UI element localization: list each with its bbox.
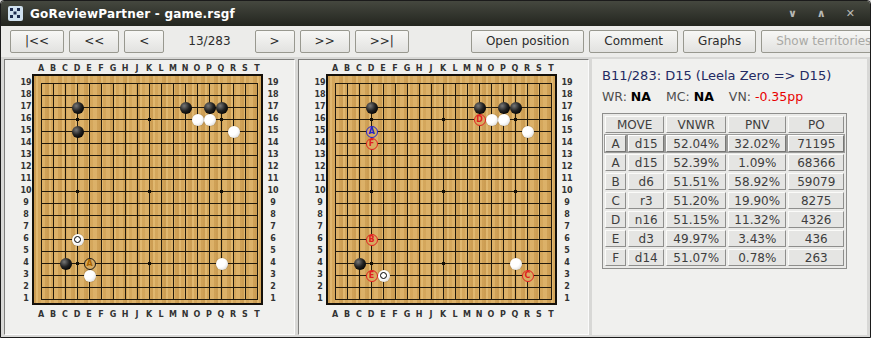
hoshi-point-D16 xyxy=(76,118,79,121)
coordinate-number: 19 xyxy=(561,77,573,89)
analysis-stats: WR: NA MC: NA VN: -0.35pp xyxy=(602,89,863,104)
coordinate-letter: L xyxy=(449,310,461,320)
variation-row-E-d3[interactable]: Ed349.97%3.43%436 xyxy=(605,230,844,247)
board-coordinates-right: 19181716151413121110987654321 xyxy=(267,77,279,305)
variation-cell[interactable]: 68366 xyxy=(788,154,844,171)
variation-cell[interactable]: 51.15% xyxy=(666,211,726,228)
coordinate-number: 5 xyxy=(267,245,279,257)
main-content: ABCDEFGHJKLMNOPQRST 19181716151413121110… xyxy=(1,57,870,337)
stone-black-C4 xyxy=(60,258,72,270)
coordinate-number: 6 xyxy=(20,233,32,245)
coordinate-letter: O xyxy=(485,310,497,320)
variation-cell[interactable]: C xyxy=(605,192,626,209)
coordinate-number: 10 xyxy=(267,185,279,197)
coordinate-number: 17 xyxy=(561,101,573,113)
coordinate-number: 1 xyxy=(314,293,326,305)
window-title: GoReviewPartner - game.rsgf xyxy=(30,7,235,21)
coordinate-number: 12 xyxy=(20,161,32,173)
stone-black-P17 xyxy=(498,102,510,114)
hoshi-point-D16 xyxy=(370,118,373,121)
vn-value: -0.35pp xyxy=(755,89,803,104)
variations-header-row: MOVE VNWR PNV PO xyxy=(605,116,844,133)
navigation-toolbar: |<< << < 13/283 > >> >>| Open position C… xyxy=(1,26,870,57)
minimize-button[interactable]: ∨ xyxy=(788,7,797,20)
coordinate-number: 10 xyxy=(314,185,326,197)
stone-black-Q17 xyxy=(510,102,522,114)
coordinate-number: 3 xyxy=(561,269,573,281)
stone-white-O16 xyxy=(486,114,498,126)
variation-cell[interactable]: 11.32% xyxy=(728,211,786,228)
variation-label-D-N16[interactable]: D xyxy=(474,114,486,126)
variation-cell[interactable]: 1.09% xyxy=(728,154,786,171)
coordinate-letter: H xyxy=(413,64,425,74)
variation-label-B-D6[interactable]: B xyxy=(366,234,378,246)
column-header-move: MOVE xyxy=(605,116,664,133)
variation-cell[interactable]: D xyxy=(605,211,626,228)
variation-cell[interactable]: 0.78% xyxy=(728,249,786,266)
coordinate-number: 1 xyxy=(20,293,32,305)
coordinate-number: 12 xyxy=(267,161,279,173)
coordinate-number: 11 xyxy=(561,173,573,185)
variation-cell[interactable]: 8275 xyxy=(788,192,844,209)
coordinate-number: 8 xyxy=(561,209,573,221)
last-move-marker xyxy=(74,236,81,243)
variation-cell[interactable]: 51.20% xyxy=(666,192,726,209)
coordinate-letter: N xyxy=(179,310,191,320)
coordinate-number: 17 xyxy=(20,101,32,113)
coordinate-letter: O xyxy=(191,310,203,320)
coordinate-letter: T xyxy=(545,64,557,74)
coordinate-number: 15 xyxy=(267,125,279,137)
coordinate-letter: H xyxy=(413,310,425,320)
stone-black-N17 xyxy=(180,102,192,114)
show-territories-button: Show territories xyxy=(761,30,871,53)
variation-label-A-E4[interactable]: A xyxy=(84,258,96,270)
variation-cell[interactable]: E xyxy=(605,230,626,247)
coordinate-letter: N xyxy=(179,64,191,74)
coordinate-letter: C xyxy=(59,64,71,74)
variation-row-A-d15[interactable]: Ad1552.39%1.09%68366 xyxy=(605,154,844,171)
forward-1-button[interactable]: > xyxy=(255,30,295,53)
board-coordinates-right: 19181716151413121110987654321 xyxy=(561,77,573,305)
coordinate-number: 4 xyxy=(267,257,279,269)
hoshi-point-D4 xyxy=(76,262,79,265)
variation-cell[interactable]: A xyxy=(605,135,626,152)
variation-cell[interactable]: B xyxy=(605,173,626,190)
coordinate-number: 2 xyxy=(314,281,326,293)
variation-cell[interactable]: 59079 xyxy=(788,173,844,190)
board-coordinates-left: 19181716151413121110987654321 xyxy=(20,77,32,305)
graphs-button[interactable]: Graphs xyxy=(683,30,756,53)
coordinate-letter: E xyxy=(83,64,95,74)
coordinate-letter: G xyxy=(107,64,119,74)
coordinate-letter: N xyxy=(473,310,485,320)
coordinate-number: 8 xyxy=(267,209,279,221)
coordinate-letter: L xyxy=(155,64,167,74)
variation-cell[interactable]: A xyxy=(605,154,626,171)
board-wood: A xyxy=(32,74,263,305)
hoshi-point-K10 xyxy=(148,190,151,193)
variation-cell[interactable]: 4326 xyxy=(788,211,844,228)
variation-label-A-D15[interactable]: A xyxy=(366,126,378,138)
coordinate-letter: O xyxy=(191,64,203,74)
hoshi-point-Q10 xyxy=(220,190,223,193)
coordinate-letter: C xyxy=(59,310,71,320)
coordinate-letter: D xyxy=(365,64,377,74)
stone-white-R15 xyxy=(522,126,534,138)
coordinate-letter: Q xyxy=(509,64,521,74)
coordinate-letter: R xyxy=(227,310,239,320)
coordinate-number: 10 xyxy=(20,185,32,197)
coordinate-letter: S xyxy=(533,310,545,320)
board-coordinates-top: ABCDEFGHJKLMNOPQRST xyxy=(35,64,263,74)
coordinate-letter: A xyxy=(329,310,341,320)
stone-black-P17 xyxy=(204,102,216,114)
coordinate-letter: N xyxy=(473,64,485,74)
coordinate-letter: C xyxy=(353,310,365,320)
variation-cell[interactable]: 3.43% xyxy=(728,230,786,247)
coordinate-letter: R xyxy=(227,64,239,74)
coordinate-letter: P xyxy=(203,64,215,74)
coordinate-number: 3 xyxy=(314,269,326,281)
coordinate-number: 4 xyxy=(561,257,573,269)
variation-cell[interactable]: 51.51% xyxy=(666,173,726,190)
coordinate-letter: D xyxy=(365,310,377,320)
coordinate-letter: T xyxy=(251,64,263,74)
coordinate-number: 13 xyxy=(314,149,326,161)
coordinate-number: 19 xyxy=(20,77,32,89)
coordinate-letter: J xyxy=(425,310,437,320)
variation-cell[interactable]: 19.90% xyxy=(728,192,786,209)
variation-label-C-R3[interactable]: C xyxy=(522,270,534,282)
coordinate-number: 18 xyxy=(561,89,573,101)
coordinate-letter: F xyxy=(389,310,401,320)
coordinate-letter: S xyxy=(533,64,545,74)
vn-label: VN: xyxy=(729,89,751,104)
goreviewpartner-window: { "game": "go", "window": { "title": "Go… xyxy=(0,0,871,338)
variation-cell[interactable]: d15 xyxy=(628,135,664,152)
variations-table-body: Ad1552.04%32.02%71195Ad1552.39%1.09%6836… xyxy=(605,135,844,266)
coordinate-number: 16 xyxy=(267,113,279,125)
coordinate-letter: B xyxy=(47,64,59,74)
coordinate-letter: A xyxy=(35,64,47,74)
coordinate-number: 18 xyxy=(20,89,32,101)
coordinate-number: 11 xyxy=(314,173,326,185)
variation-row-F-d14[interactable]: Fd1451.07%0.78%263 xyxy=(605,249,844,266)
variation-cell[interactable]: 51.07% xyxy=(666,249,726,266)
goto-start-button[interactable]: |<< xyxy=(10,30,64,53)
variation-cell[interactable]: 71195 xyxy=(788,135,844,152)
coordinate-number: 6 xyxy=(314,233,326,245)
analysis-board[interactable]: ABCDEFGHJKLMNOPQRST 19181716151413121110… xyxy=(314,64,573,320)
hoshi-point-K4 xyxy=(148,262,151,265)
board-coordinates-top: ABCDEFGHJKLMNOPQRST xyxy=(329,64,557,74)
maximize-button[interactable]: ∧ xyxy=(817,7,826,20)
coordinate-number: 7 xyxy=(20,221,32,233)
coordinate-letter: S xyxy=(239,310,251,320)
forward-10-button[interactable]: >> xyxy=(300,30,350,53)
stone-white-R15 xyxy=(228,126,240,138)
coordinate-letter: C xyxy=(353,64,365,74)
analysis-board-panel: ABCDEFGHJKLMNOPQRST 19181716151413121110… xyxy=(298,59,589,335)
coordinate-letter: Q xyxy=(509,310,521,320)
variation-cell[interactable]: d14 xyxy=(628,249,664,266)
window-controls: ∨ ∧ ✕ xyxy=(788,7,863,20)
coordinate-number: 5 xyxy=(561,245,573,257)
coordinate-letter: A xyxy=(35,310,47,320)
coordinate-letter: E xyxy=(377,310,389,320)
variation-cell[interactable]: r3 xyxy=(628,192,664,209)
stone-white-E3 xyxy=(84,270,96,282)
variation-label-F-D14[interactable]: F xyxy=(366,138,378,150)
variation-cell[interactable]: 263 xyxy=(788,249,844,266)
coordinate-number: 13 xyxy=(561,149,573,161)
column-header-vnwr: VNWR xyxy=(666,116,726,133)
variation-row-A-d15[interactable]: Ad1552.04%32.02%71195 xyxy=(605,135,844,152)
coordinate-number: 16 xyxy=(314,113,326,125)
coordinate-letter: M xyxy=(461,310,473,320)
coordinate-number: 9 xyxy=(561,197,573,209)
analysis-panel: B11/283: D15 (Leela Zero => D15) WR: NA … xyxy=(592,59,867,335)
coordinate-number: 15 xyxy=(314,125,326,137)
coordinate-number: 6 xyxy=(267,233,279,245)
column-header-pnv: PNV xyxy=(728,116,786,133)
stone-black-Q17 xyxy=(216,102,228,114)
coordinate-number: 4 xyxy=(20,257,32,269)
coordinate-letter: L xyxy=(155,310,167,320)
stone-black-C4 xyxy=(354,258,366,270)
back-1-button[interactable]: < xyxy=(124,30,164,53)
coordinate-letter: K xyxy=(437,64,449,74)
coordinate-number: 7 xyxy=(267,221,279,233)
coordinate-letter: Q xyxy=(215,310,227,320)
board-coordinates-left: 19181716151413121110987654321 xyxy=(314,77,326,305)
coordinate-number: 6 xyxy=(561,233,573,245)
board-coordinates-bottom: ABCDEFGHJKLMNOPQRST xyxy=(35,310,263,320)
stone-white-P16 xyxy=(498,114,510,126)
coordinate-letter: K xyxy=(143,64,155,74)
coordinate-number: 14 xyxy=(20,137,32,149)
hoshi-point-D10 xyxy=(370,190,373,193)
stone-white-P16 xyxy=(204,114,216,126)
variation-cell[interactable]: 436 xyxy=(788,230,844,247)
coordinate-letter: E xyxy=(83,310,95,320)
variation-cell[interactable]: 49.97% xyxy=(666,230,726,247)
hoshi-point-K4 xyxy=(442,262,445,265)
coordinate-number: 19 xyxy=(267,77,279,89)
open-position-button[interactable]: Open position xyxy=(471,30,584,53)
coordinate-number: 18 xyxy=(267,89,279,101)
coordinate-number: 14 xyxy=(314,137,326,149)
coordinate-number: 11 xyxy=(267,173,279,185)
coordinate-letter: Q xyxy=(215,64,227,74)
coordinate-number: 17 xyxy=(314,101,326,113)
stone-black-D17 xyxy=(72,102,84,114)
coordinate-letter: R xyxy=(521,64,533,74)
coordinate-letter: E xyxy=(377,64,389,74)
variation-cell[interactable]: d3 xyxy=(628,230,664,247)
game-board[interactable]: ABCDEFGHJKLMNOPQRST 19181716151413121110… xyxy=(20,64,279,320)
coordinate-letter: R xyxy=(521,310,533,320)
coordinate-letter: T xyxy=(545,310,557,320)
coordinate-number: 7 xyxy=(561,221,573,233)
hoshi-point-D10 xyxy=(76,190,79,193)
stone-white-D6 xyxy=(72,234,84,246)
wr-value: NA xyxy=(631,89,651,104)
coordinate-letter: T xyxy=(251,310,263,320)
coordinate-number: 16 xyxy=(561,113,573,125)
analysis-heading: B11/283: D15 (Leela Zero => D15) xyxy=(602,68,863,83)
variation-cell[interactable]: 58.92% xyxy=(728,173,786,190)
mc-value: NA xyxy=(694,89,714,104)
coordinate-number: 5 xyxy=(314,245,326,257)
stone-white-O16 xyxy=(192,114,204,126)
variation-cell[interactable]: n16 xyxy=(628,211,664,228)
coordinate-number: 9 xyxy=(314,197,326,209)
coordinate-letter: A xyxy=(329,64,341,74)
coordinate-number: 2 xyxy=(20,281,32,293)
variation-cell[interactable]: 32.02% xyxy=(728,135,786,152)
coordinate-letter: B xyxy=(341,310,353,320)
coordinate-letter: F xyxy=(389,64,401,74)
coordinate-letter: K xyxy=(437,310,449,320)
coordinate-number: 18 xyxy=(314,89,326,101)
variation-cell[interactable]: 52.39% xyxy=(666,154,726,171)
coordinate-letter: P xyxy=(497,64,509,74)
variation-row-D-n16[interactable]: Dn1651.15%11.32%4326 xyxy=(605,211,844,228)
coordinate-number: 10 xyxy=(561,185,573,197)
board-overlay[interactable]: AFDBEC xyxy=(335,83,552,300)
coordinate-number: 11 xyxy=(20,173,32,185)
coordinate-number: 13 xyxy=(267,149,279,161)
coordinate-letter: F xyxy=(95,64,107,74)
stone-white-Q4 xyxy=(510,258,522,270)
coordinate-letter: H xyxy=(119,310,131,320)
coordinate-letter: B xyxy=(341,64,353,74)
coordinate-letter: F xyxy=(95,310,107,320)
coordinate-letter: M xyxy=(461,64,473,74)
coordinate-number: 4 xyxy=(314,257,326,269)
coordinate-letter: P xyxy=(497,310,509,320)
hoshi-point-Q10 xyxy=(514,190,517,193)
coordinate-number: 16 xyxy=(20,113,32,125)
coordinate-number: 12 xyxy=(561,161,573,173)
stone-white-Q4 xyxy=(216,258,228,270)
board-overlay[interactable]: A xyxy=(41,83,258,300)
variation-cell[interactable]: d6 xyxy=(628,173,664,190)
coordinate-letter: G xyxy=(401,310,413,320)
variation-cell[interactable]: F xyxy=(605,249,626,266)
coordinate-number: 2 xyxy=(561,281,573,293)
coordinate-letter: O xyxy=(485,64,497,74)
coordinate-letter: H xyxy=(119,64,131,74)
coordinate-number: 1 xyxy=(561,293,573,305)
hoshi-point-D4 xyxy=(370,262,373,265)
coordinate-letter: J xyxy=(425,64,437,74)
coordinate-letter: K xyxy=(143,310,155,320)
coordinate-letter: M xyxy=(167,310,179,320)
coordinate-letter: M xyxy=(167,64,179,74)
coordinate-number: 5 xyxy=(20,245,32,257)
hoshi-point-Q16 xyxy=(514,118,517,121)
comment-button[interactable]: Comment xyxy=(589,30,678,53)
coordinate-number: 2 xyxy=(267,281,279,293)
goto-end-button[interactable]: >>| xyxy=(355,30,409,53)
coordinate-number: 3 xyxy=(20,269,32,281)
coordinate-number: 14 xyxy=(561,137,573,149)
hoshi-point-K10 xyxy=(442,190,445,193)
game-board-panel: ABCDEFGHJKLMNOPQRST 19181716151413121110… xyxy=(4,59,295,335)
coordinate-number: 7 xyxy=(314,221,326,233)
coordinate-letter: G xyxy=(107,310,119,320)
coordinate-number: 14 xyxy=(267,137,279,149)
board-coordinates-bottom: ABCDEFGHJKLMNOPQRST xyxy=(329,310,557,320)
board-wood: AFDBEC xyxy=(326,74,557,305)
coordinate-letter: D xyxy=(71,310,83,320)
variations-table: MOVE VNWR PNV PO Ad1552.04%32.02%71195Ad… xyxy=(602,113,847,269)
coordinate-number: 19 xyxy=(314,77,326,89)
coordinate-letter: L xyxy=(449,64,461,74)
variation-cell[interactable]: 52.04% xyxy=(666,135,726,152)
coordinate-letter: B xyxy=(47,310,59,320)
hoshi-point-K16 xyxy=(148,118,151,121)
stone-white-E3 xyxy=(378,270,390,282)
close-button[interactable]: ✕ xyxy=(846,7,855,20)
column-header-po: PO xyxy=(788,116,844,133)
coordinate-number: 15 xyxy=(20,125,32,137)
coordinate-number: 1 xyxy=(267,293,279,305)
variation-cell[interactable]: d15 xyxy=(628,154,664,171)
coordinate-letter: J xyxy=(131,310,143,320)
last-move-marker xyxy=(380,272,387,279)
coordinate-number: 12 xyxy=(314,161,326,173)
coordinate-number: 9 xyxy=(20,197,32,209)
stone-black-N17 xyxy=(474,102,486,114)
coordinate-letter: J xyxy=(131,64,143,74)
coordinate-letter: G xyxy=(401,64,413,74)
app-icon xyxy=(8,6,23,21)
titlebar[interactable]: GoReviewPartner - game.rsgf ∨ ∧ ✕ xyxy=(1,1,870,26)
hoshi-point-Q16 xyxy=(220,118,223,121)
stone-black-D15 xyxy=(72,126,84,138)
wr-label: WR: xyxy=(602,89,627,104)
variation-row-B-d6[interactable]: Bd651.51%58.92%59079 xyxy=(605,173,844,190)
coordinate-letter: D xyxy=(71,64,83,74)
coordinate-number: 13 xyxy=(20,149,32,161)
coordinate-number: 9 xyxy=(267,197,279,209)
coordinate-number: 8 xyxy=(314,209,326,221)
hoshi-point-K16 xyxy=(442,118,445,121)
mc-label: MC: xyxy=(666,89,690,104)
coordinate-number: 15 xyxy=(561,125,573,137)
back-10-button[interactable]: << xyxy=(69,30,119,53)
coordinate-number: 8 xyxy=(20,209,32,221)
stone-black-D17 xyxy=(366,102,378,114)
coordinate-number: 3 xyxy=(267,269,279,281)
coordinate-number: 17 xyxy=(267,101,279,113)
coordinate-letter: S xyxy=(239,64,251,74)
move-counter: 13/283 xyxy=(169,30,249,53)
coordinate-letter: P xyxy=(203,310,215,320)
variation-label-E-D3[interactable]: E xyxy=(366,270,378,282)
variation-row-C-r3[interactable]: Cr351.20%19.90%8275 xyxy=(605,192,844,209)
